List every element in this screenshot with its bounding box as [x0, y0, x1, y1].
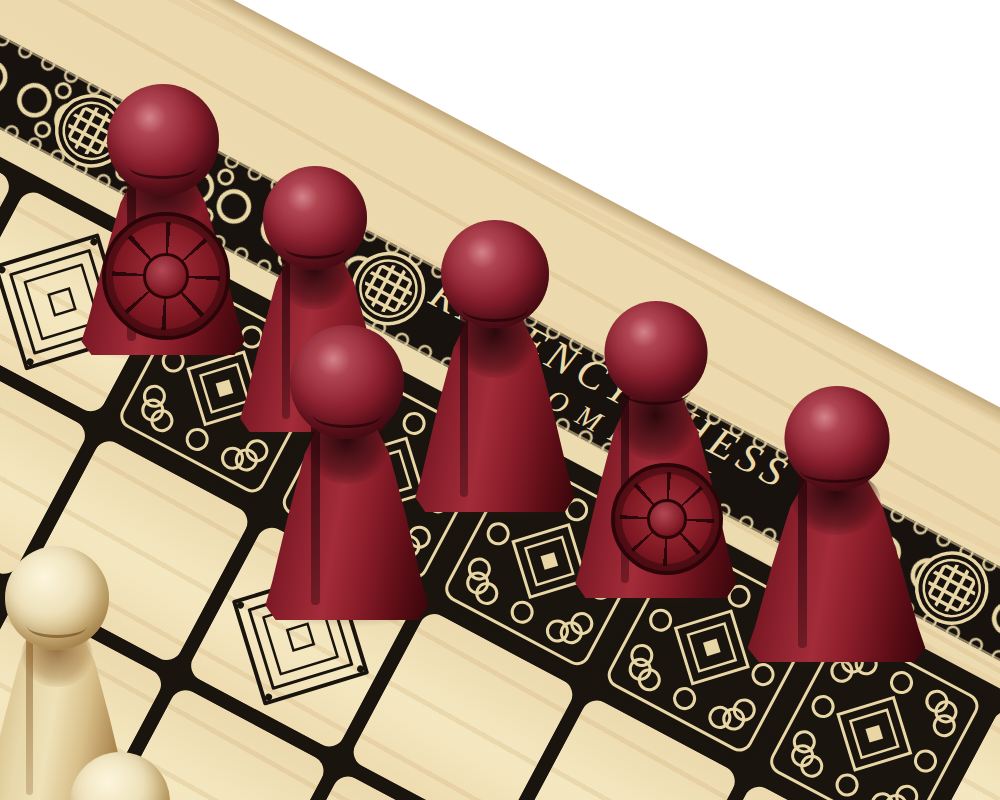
- attacker-piece[interactable]: [78, 84, 248, 355]
- round-shield: [611, 463, 723, 575]
- piece-head: [70, 752, 170, 800]
- defender-piece[interactable]: [70, 752, 170, 800]
- piece-brow: [800, 458, 874, 483]
- piece-brow: [313, 402, 381, 429]
- shield-boss: [647, 499, 687, 539]
- attacker-piece[interactable]: [744, 386, 929, 662]
- attacker-piece[interactable]: [262, 325, 432, 620]
- piece-brow: [129, 154, 197, 179]
- piece-brow: [622, 378, 689, 405]
- attacker-piece[interactable]: [572, 301, 740, 598]
- photo-scene: REGENCY CHESS COMPANY: [0, 0, 1000, 800]
- piece-head: [107, 84, 219, 196]
- attacker-piece[interactable]: [412, 220, 578, 512]
- round-shield: [102, 212, 230, 340]
- piece-brow: [27, 614, 87, 638]
- shield-boss: [143, 253, 189, 299]
